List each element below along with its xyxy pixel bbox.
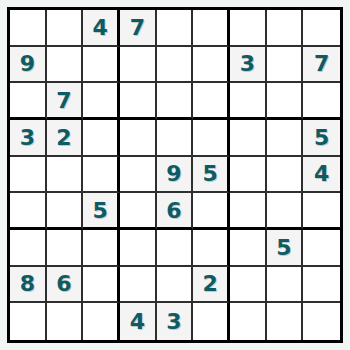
cell-r1c9[interactable] [303, 10, 340, 47]
cell-r6c3: 5 [83, 193, 120, 230]
cell-r9c1[interactable] [10, 303, 47, 340]
cell-r7c9[interactable] [303, 230, 340, 267]
cell-r9c2[interactable] [47, 303, 84, 340]
cell-r2c6[interactable] [193, 47, 230, 84]
cell-r4c7[interactable] [230, 120, 267, 157]
cell-r6c2[interactable] [47, 193, 84, 230]
cell-r5c8[interactable] [267, 157, 304, 194]
cell-r1c4: 7 [120, 10, 157, 47]
cell-r9c7[interactable] [230, 303, 267, 340]
cell-r5c4[interactable] [120, 157, 157, 194]
cell-r3c3[interactable] [83, 83, 120, 120]
cell-r9c3[interactable] [83, 303, 120, 340]
cell-r7c3[interactable] [83, 230, 120, 267]
cell-r2c9: 7 [303, 47, 340, 84]
cell-r7c5[interactable] [157, 230, 194, 267]
cell-r4c2: 2 [47, 120, 84, 157]
cell-r9c9[interactable] [303, 303, 340, 340]
cell-r8c3[interactable] [83, 267, 120, 304]
cell-r4c6[interactable] [193, 120, 230, 157]
cell-r4c4[interactable] [120, 120, 157, 157]
cell-r1c7[interactable] [230, 10, 267, 47]
cell-r4c5[interactable] [157, 120, 194, 157]
cell-r7c7[interactable] [230, 230, 267, 267]
cell-r5c5: 9 [157, 157, 194, 194]
cell-r2c3[interactable] [83, 47, 120, 84]
cell-r2c8[interactable] [267, 47, 304, 84]
cell-r9c5: 3 [157, 303, 194, 340]
cell-r2c7: 3 [230, 47, 267, 84]
cell-r7c1[interactable] [10, 230, 47, 267]
cell-r7c8: 5 [267, 230, 304, 267]
cell-r2c5[interactable] [157, 47, 194, 84]
cell-r3c8[interactable] [267, 83, 304, 120]
cell-r3c2: 7 [47, 83, 84, 120]
cell-r1c2[interactable] [47, 10, 84, 47]
cell-r7c2[interactable] [47, 230, 84, 267]
cell-r8c7[interactable] [230, 267, 267, 304]
cell-r1c6[interactable] [193, 10, 230, 47]
cell-r5c7[interactable] [230, 157, 267, 194]
cell-r6c5: 6 [157, 193, 194, 230]
cell-r5c9: 4 [303, 157, 340, 194]
cell-r8c5[interactable] [157, 267, 194, 304]
cell-r8c9[interactable] [303, 267, 340, 304]
cell-r6c6[interactable] [193, 193, 230, 230]
cell-r7c6[interactable] [193, 230, 230, 267]
cell-r9c8[interactable] [267, 303, 304, 340]
cell-r6c8[interactable] [267, 193, 304, 230]
cell-r3c6[interactable] [193, 83, 230, 120]
cell-r3c9[interactable] [303, 83, 340, 120]
cell-r1c3: 4 [83, 10, 120, 47]
cell-r8c6: 2 [193, 267, 230, 304]
cell-r3c5[interactable] [157, 83, 194, 120]
cell-r9c4: 4 [120, 303, 157, 340]
cell-r2c4[interactable] [120, 47, 157, 84]
cell-r1c5[interactable] [157, 10, 194, 47]
cell-r9c6[interactable] [193, 303, 230, 340]
cell-r4c1: 3 [10, 120, 47, 157]
cell-r2c1: 9 [10, 47, 47, 84]
cell-r2c2[interactable] [47, 47, 84, 84]
cell-r8c1: 8 [10, 267, 47, 304]
cell-r1c8[interactable] [267, 10, 304, 47]
cell-r8c8[interactable] [267, 267, 304, 304]
cell-r3c7[interactable] [230, 83, 267, 120]
cell-r6c7[interactable] [230, 193, 267, 230]
cell-r5c3[interactable] [83, 157, 120, 194]
cell-r8c2: 6 [47, 267, 84, 304]
cell-r4c3[interactable] [83, 120, 120, 157]
cell-r5c6: 5 [193, 157, 230, 194]
cell-r7c4[interactable] [120, 230, 157, 267]
cell-r6c1[interactable] [10, 193, 47, 230]
cell-r5c2[interactable] [47, 157, 84, 194]
cell-r4c8[interactable] [267, 120, 304, 157]
cell-r5c1[interactable] [10, 157, 47, 194]
cell-r3c1[interactable] [10, 83, 47, 120]
cell-r6c4[interactable] [120, 193, 157, 230]
cell-r6c9[interactable] [303, 193, 340, 230]
cell-r4c9: 5 [303, 120, 340, 157]
cell-r8c4[interactable] [120, 267, 157, 304]
cell-r3c4[interactable] [120, 83, 157, 120]
sudoku-board: 47937732595456586243 [7, 7, 343, 343]
cell-r1c1[interactable] [10, 10, 47, 47]
